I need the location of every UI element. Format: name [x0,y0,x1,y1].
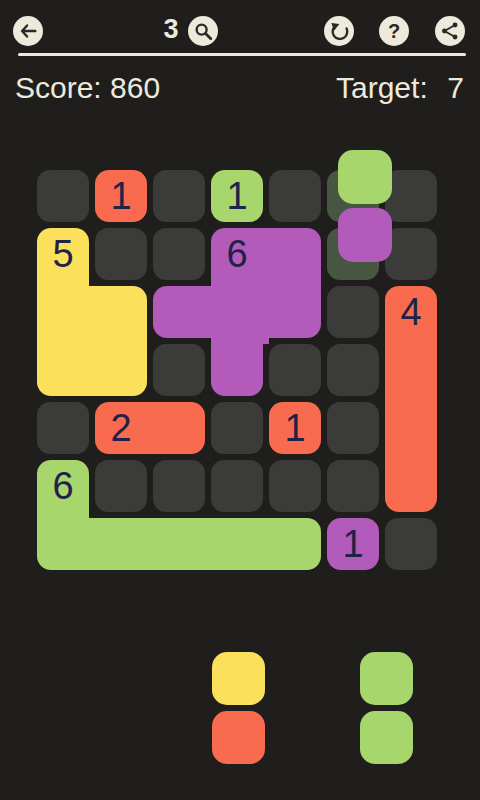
piece-green-6-block [95,518,153,570]
empty-cell-r6c6[interactable] [385,518,437,570]
empty-cell-r5c1[interactable] [95,460,147,512]
topbar-divider [18,53,466,56]
undo-button[interactable] [324,16,354,46]
piece-orange-2-block [95,402,153,454]
empty-cell-r4c5[interactable] [327,402,379,454]
falling-piece-green-block[interactable] [338,150,392,204]
piece-orange-1a-block [95,170,147,222]
empty-cell-r5c2[interactable] [153,460,205,512]
zoom-remaining-count: 3 [158,14,184,44]
game-board[interactable]: 115621461 [37,170,437,570]
zoom-button[interactable] [188,16,218,46]
question-mark-icon: ? [388,16,400,46]
back-button[interactable] [13,16,43,46]
empty-cell-r2c5[interactable] [327,286,379,338]
share-button[interactable] [435,16,465,46]
falling-piece-purple-block[interactable] [338,208,392,262]
piece-orange-4-block [385,402,437,460]
piece-purple-6-block [153,286,211,338]
next-piece-1-yellow-block [212,652,265,705]
empty-cell-r0c4[interactable] [269,170,321,222]
piece-purple-6-block [211,228,269,286]
piece-purple-6-block [211,344,263,396]
score-text: Score: 860 [15,72,160,104]
target-value: 7 [440,72,464,104]
piece-green-6-block [37,518,95,570]
empty-cell-r0c6[interactable] [385,170,437,222]
piece-yellow-5-block [37,228,89,286]
empty-cell-r3c2[interactable] [153,344,205,396]
share-icon [439,20,461,42]
piece-green-6-block [37,460,89,518]
next-piece-1-orange-block [212,711,265,764]
piece-green-6-block [269,518,321,570]
empty-cell-r4c3[interactable] [211,402,263,454]
piece-orange-4-block [385,286,437,344]
empty-cell-r4c0[interactable] [37,402,89,454]
piece-orange-1b-block [269,402,321,454]
empty-cell-r5c4[interactable] [269,460,321,512]
magnifier-icon [192,20,214,42]
empty-cell-r3c5[interactable] [327,344,379,396]
piece-green-1-block [211,170,263,222]
empty-cell-r1c1[interactable] [95,228,147,280]
next-piece-2-green-block [360,711,413,764]
target-label: Target: [336,72,428,104]
piece-yellow-5-block [95,344,147,396]
piece-yellow-5-block [95,286,147,344]
piece-green-6-block [153,518,211,570]
piece-green-6-block [211,518,269,570]
empty-cell-r0c0[interactable] [37,170,89,222]
empty-cell-r5c5[interactable] [327,460,379,512]
back-arrow-icon [17,20,39,42]
empty-cell-r1c6[interactable] [385,228,437,280]
empty-cell-r3c4[interactable] [269,344,321,396]
help-button[interactable]: ? [379,16,409,46]
empty-cell-r0c2[interactable] [153,170,205,222]
piece-purple-6-block [211,286,269,344]
piece-purple-6-block [269,286,321,338]
next-piece-2-green-block [360,652,413,705]
piece-yellow-5-block [37,344,95,396]
piece-orange-2-block [153,402,205,454]
empty-cell-r5c3[interactable] [211,460,263,512]
piece-purple-1-block [327,518,379,570]
empty-cell-r1c2[interactable] [153,228,205,280]
piece-orange-4-block [385,344,437,402]
piece-yellow-5-block [37,286,95,344]
piece-orange-4-block [385,460,437,512]
piece-purple-6-block [269,228,321,286]
undo-arrow-icon [328,20,350,42]
